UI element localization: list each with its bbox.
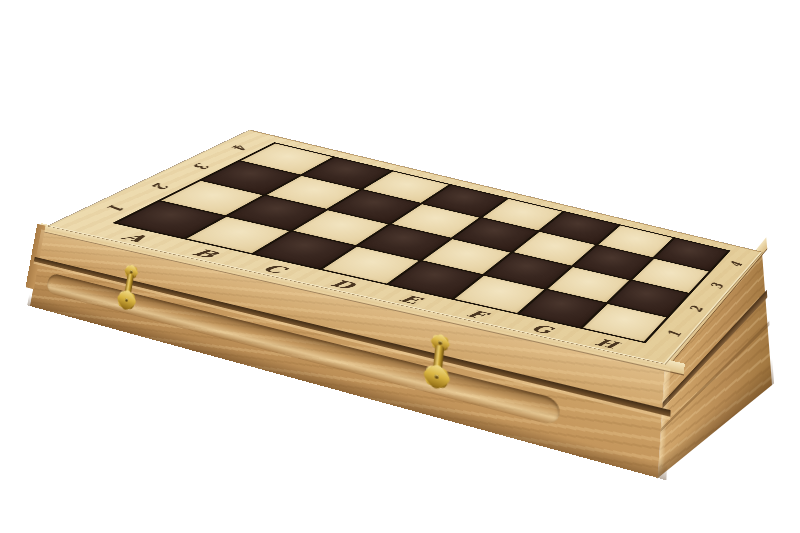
product-photo-background: 44332211ABCDEFGH — [0, 0, 800, 533]
brass-clasp-center — [419, 332, 457, 391]
clasp-screw-icon — [434, 374, 439, 379]
clasp-screw-icon — [438, 340, 443, 345]
